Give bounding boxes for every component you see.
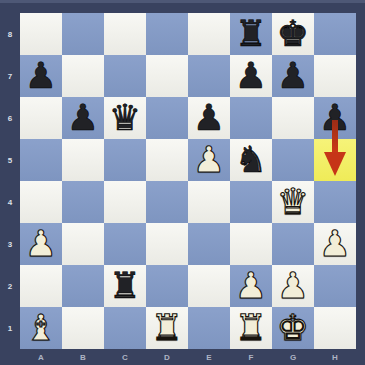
rank-label-3: 3 [0, 223, 20, 265]
square-a4[interactable] [20, 181, 62, 223]
square-e3[interactable] [188, 223, 230, 265]
piece-black-pawn[interactable]: ♟ [230, 55, 272, 97]
square-a3[interactable]: ♟ [20, 223, 62, 265]
square-c3[interactable] [104, 223, 146, 265]
piece-black-pawn[interactable]: ♟ [62, 97, 104, 139]
rank-label-4: 4 [0, 181, 20, 223]
square-g5[interactable] [272, 139, 314, 181]
square-e2[interactable] [188, 265, 230, 307]
square-f7[interactable]: ♟ [230, 55, 272, 97]
piece-white-pawn[interactable]: ♟ [272, 265, 314, 307]
square-b1[interactable] [62, 307, 104, 349]
piece-black-pawn[interactable]: ♟ [272, 55, 314, 97]
square-h7[interactable] [314, 55, 356, 97]
rank-label-8: 8 [0, 13, 20, 55]
square-c2[interactable]: ♜ [104, 265, 146, 307]
file-label-g: G [272, 351, 314, 364]
move-arrow-shaft [332, 120, 338, 154]
piece-black-pawn[interactable]: ♟ [20, 55, 62, 97]
piece-white-queen[interactable]: ♛ [272, 181, 314, 223]
square-f3[interactable] [230, 223, 272, 265]
piece-white-pawn[interactable]: ♟ [188, 139, 230, 181]
square-h1[interactable] [314, 307, 356, 349]
rank-label-2: 2 [0, 265, 20, 307]
square-e6[interactable]: ♟ [188, 97, 230, 139]
square-b4[interactable] [62, 181, 104, 223]
square-e8[interactable] [188, 13, 230, 55]
square-h4[interactable] [314, 181, 356, 223]
square-b7[interactable] [62, 55, 104, 97]
square-e7[interactable] [188, 55, 230, 97]
square-c1[interactable] [104, 307, 146, 349]
square-e1[interactable] [188, 307, 230, 349]
square-g8[interactable]: ♚ [272, 13, 314, 55]
square-e5[interactable]: ♟ [188, 139, 230, 181]
rank-label-1: 1 [0, 307, 20, 349]
square-f5[interactable]: ♞ [230, 139, 272, 181]
square-d7[interactable] [146, 55, 188, 97]
square-f2[interactable]: ♟ [230, 265, 272, 307]
piece-white-pawn[interactable]: ♟ [314, 223, 356, 265]
square-d1[interactable]: ♜ [146, 307, 188, 349]
square-d3[interactable] [146, 223, 188, 265]
file-label-c: C [104, 351, 146, 364]
square-g7[interactable]: ♟ [272, 55, 314, 97]
piece-white-pawn[interactable]: ♟ [20, 223, 62, 265]
piece-black-pawn[interactable]: ♟ [188, 97, 230, 139]
square-f8[interactable]: ♜ [230, 13, 272, 55]
chess-board: ♜♚♟♟♟♟♛♟♟♟♞♛♟♟♜♟♟♝♜♜♚ [20, 13, 356, 349]
square-d5[interactable] [146, 139, 188, 181]
rank-label-7: 7 [0, 55, 20, 97]
square-c4[interactable] [104, 181, 146, 223]
square-a6[interactable] [20, 97, 62, 139]
square-b8[interactable] [62, 13, 104, 55]
file-label-a: A [20, 351, 62, 364]
square-h2[interactable] [314, 265, 356, 307]
square-b3[interactable] [62, 223, 104, 265]
square-g6[interactable] [272, 97, 314, 139]
piece-black-rook[interactable]: ♜ [230, 13, 272, 55]
file-label-b: B [62, 351, 104, 364]
piece-white-rook[interactable]: ♜ [230, 307, 272, 349]
square-a5[interactable] [20, 139, 62, 181]
move-arrow-head [324, 152, 346, 176]
chess-board-frame: ♜♚♟♟♟♟♛♟♟♟♞♛♟♟♜♟♟♝♜♜♚ 87654321 ABCDEFGH [0, 0, 365, 365]
rank-label-6: 6 [0, 97, 20, 139]
piece-black-king[interactable]: ♚ [272, 13, 314, 55]
square-c5[interactable] [104, 139, 146, 181]
piece-white-rook[interactable]: ♜ [146, 307, 188, 349]
square-e4[interactable] [188, 181, 230, 223]
square-g4[interactable]: ♛ [272, 181, 314, 223]
square-a1[interactable]: ♝ [20, 307, 62, 349]
square-f4[interactable] [230, 181, 272, 223]
square-h3[interactable]: ♟ [314, 223, 356, 265]
square-d4[interactable] [146, 181, 188, 223]
file-label-h: H [314, 351, 356, 364]
piece-black-knight[interactable]: ♞ [230, 139, 272, 181]
square-f6[interactable] [230, 97, 272, 139]
square-d8[interactable] [146, 13, 188, 55]
square-d2[interactable] [146, 265, 188, 307]
square-c8[interactable] [104, 13, 146, 55]
square-g1[interactable]: ♚ [272, 307, 314, 349]
piece-white-pawn[interactable]: ♟ [230, 265, 272, 307]
file-label-e: E [188, 351, 230, 364]
square-a2[interactable] [20, 265, 62, 307]
square-f1[interactable]: ♜ [230, 307, 272, 349]
file-label-f: F [230, 351, 272, 364]
rank-label-5: 5 [0, 139, 20, 181]
square-b5[interactable] [62, 139, 104, 181]
square-a7[interactable]: ♟ [20, 55, 62, 97]
square-c6[interactable]: ♛ [104, 97, 146, 139]
square-a8[interactable] [20, 13, 62, 55]
piece-white-king[interactable]: ♚ [272, 307, 314, 349]
square-c7[interactable] [104, 55, 146, 97]
square-d6[interactable] [146, 97, 188, 139]
square-g2[interactable]: ♟ [272, 265, 314, 307]
square-g3[interactable] [272, 223, 314, 265]
square-b2[interactable] [62, 265, 104, 307]
piece-white-bishop[interactable]: ♝ [20, 307, 62, 349]
piece-black-queen[interactable]: ♛ [104, 97, 146, 139]
piece-black-rook[interactable]: ♜ [104, 265, 146, 307]
file-label-d: D [146, 351, 188, 364]
square-b6[interactable]: ♟ [62, 97, 104, 139]
square-h8[interactable] [314, 13, 356, 55]
